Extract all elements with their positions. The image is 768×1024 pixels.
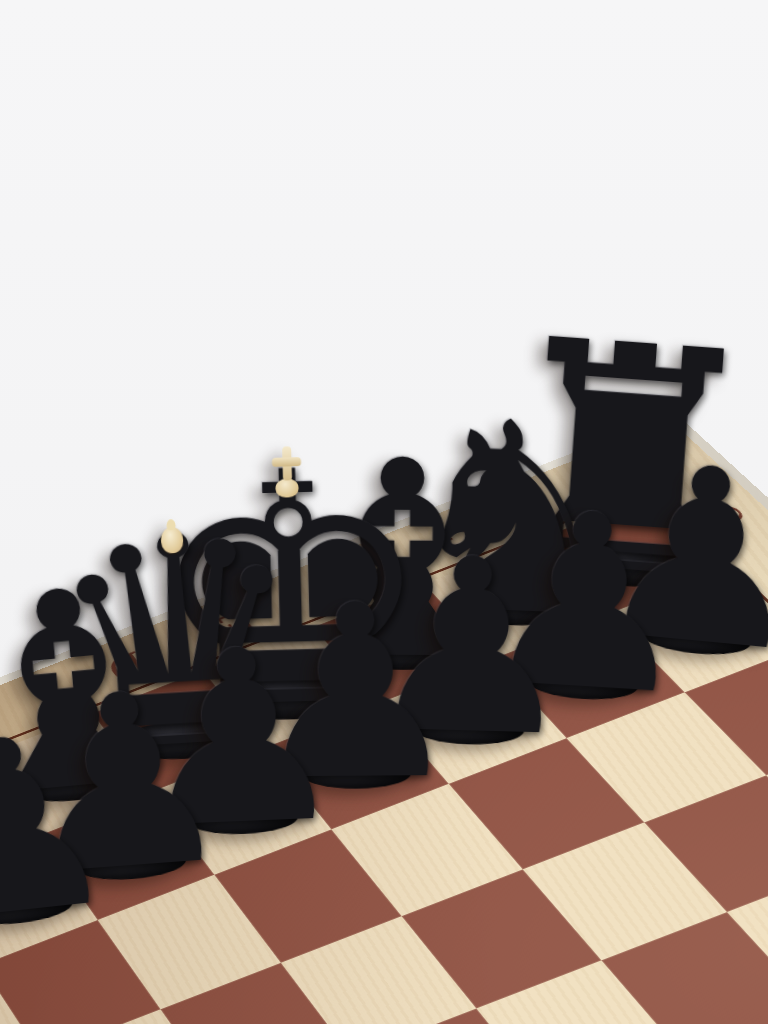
queen-natural-wood-finial [160,527,183,554]
product-photo-stage: D E F G 8 ♝♛♚♝♞♜♟♟♟♟♟♟♟ [0,0,768,1024]
king-natural-wood-cross [271,446,301,480]
king-natural-wood-dome [275,478,298,497]
chessboard: D E F G 8 [0,422,768,1024]
rank-label-8: 8 [691,500,755,535]
file-label-g: G [427,518,488,559]
file-label-e: E [210,604,265,645]
board-squares [0,497,768,1024]
file-label-f: F [320,561,375,601]
file-label-d: D [100,646,157,688]
